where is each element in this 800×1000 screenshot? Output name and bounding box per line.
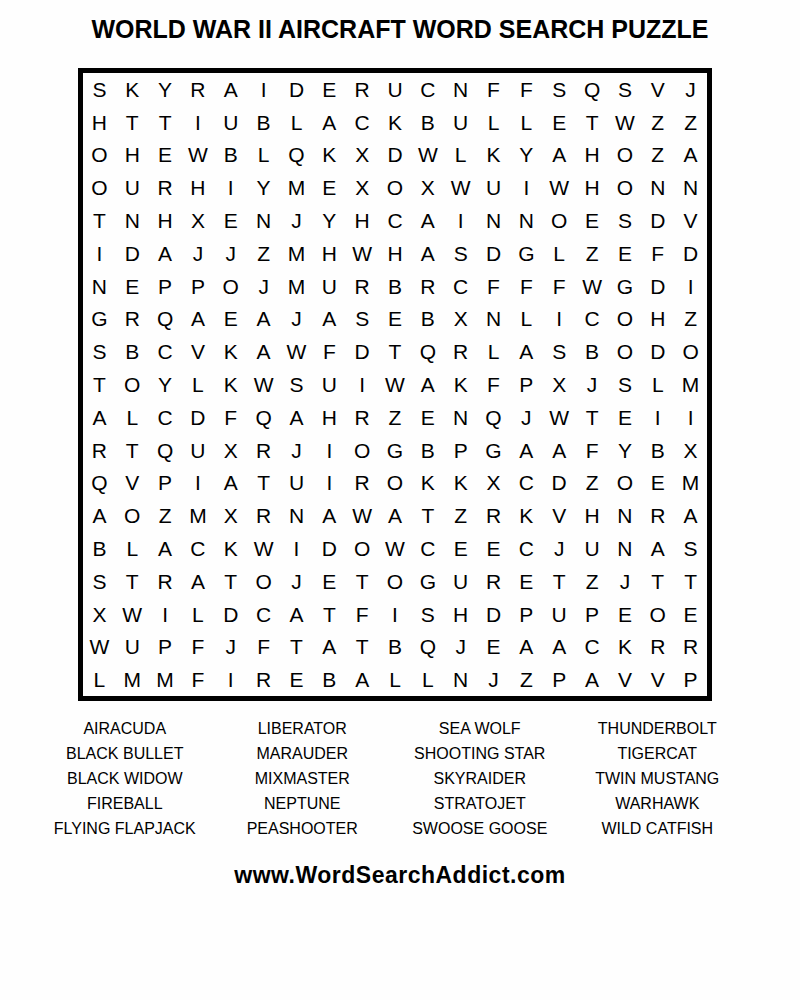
grid-cell[interactable]: M xyxy=(674,368,707,401)
grid-cell[interactable]: Z xyxy=(444,499,477,532)
grid-cell[interactable]: K xyxy=(510,499,543,532)
grid-cell[interactable]: I xyxy=(149,598,182,631)
grid-cell[interactable]: X xyxy=(214,434,247,467)
grid-cell[interactable]: N xyxy=(674,171,707,204)
grid-cell[interactable]: A xyxy=(83,401,116,434)
grid-cell[interactable]: G xyxy=(83,303,116,336)
grid-cell[interactable]: A xyxy=(543,434,576,467)
grid-cell[interactable]: P xyxy=(182,270,215,303)
grid-cell[interactable]: N xyxy=(116,204,149,237)
grid-cell[interactable]: D xyxy=(313,532,346,565)
grid-cell[interactable]: P xyxy=(543,663,576,696)
grid-cell[interactable]: X xyxy=(83,598,116,631)
grid-cell[interactable]: L xyxy=(83,663,116,696)
grid-cell[interactable]: O xyxy=(608,466,641,499)
grid-cell[interactable]: T xyxy=(83,204,116,237)
grid-cell[interactable]: V xyxy=(641,73,674,106)
grid-cell[interactable]: I xyxy=(674,401,707,434)
grid-cell[interactable]: W xyxy=(543,401,576,434)
grid-cell[interactable]: R xyxy=(149,565,182,598)
grid-cell[interactable]: D xyxy=(641,270,674,303)
grid-cell[interactable]: U xyxy=(379,73,412,106)
grid-cell[interactable]: Q xyxy=(576,73,609,106)
grid-cell[interactable]: G xyxy=(411,565,444,598)
grid-cell[interactable]: D xyxy=(116,237,149,270)
grid-cell[interactable]: Q xyxy=(149,434,182,467)
grid-cell[interactable]: I xyxy=(641,401,674,434)
grid-cell[interactable]: P xyxy=(149,630,182,663)
grid-cell[interactable]: B xyxy=(214,139,247,172)
grid-cell[interactable]: J xyxy=(444,630,477,663)
grid-cell[interactable]: S xyxy=(608,368,641,401)
grid-cell[interactable]: E xyxy=(608,237,641,270)
grid-cell[interactable]: L xyxy=(510,106,543,139)
grid-cell[interactable]: A xyxy=(313,106,346,139)
grid-cell[interactable]: W xyxy=(379,532,412,565)
grid-cell[interactable]: T xyxy=(214,565,247,598)
grid-cell[interactable]: S xyxy=(674,532,707,565)
grid-cell[interactable]: A xyxy=(214,73,247,106)
grid-cell[interactable]: J xyxy=(477,663,510,696)
grid-cell[interactable]: W xyxy=(411,139,444,172)
grid-cell[interactable]: Y xyxy=(313,204,346,237)
grid-cell[interactable]: J xyxy=(280,303,313,336)
grid-cell[interactable]: I xyxy=(214,663,247,696)
grid-cell[interactable]: W xyxy=(182,139,215,172)
grid-cell[interactable]: P xyxy=(149,466,182,499)
grid-cell[interactable]: T xyxy=(116,434,149,467)
grid-cell[interactable]: S xyxy=(608,73,641,106)
grid-cell[interactable]: X xyxy=(346,139,379,172)
grid-cell[interactable]: L xyxy=(182,598,215,631)
grid-cell[interactable]: J xyxy=(247,270,280,303)
grid-cell[interactable]: H xyxy=(149,204,182,237)
grid-cell[interactable]: C xyxy=(411,532,444,565)
grid-cell[interactable]: T xyxy=(346,565,379,598)
grid-cell[interactable]: I xyxy=(313,466,346,499)
grid-cell[interactable]: C xyxy=(149,335,182,368)
grid-cell[interactable]: E xyxy=(641,466,674,499)
grid-cell[interactable]: I xyxy=(543,303,576,336)
grid-cell[interactable]: R xyxy=(247,499,280,532)
grid-cell[interactable]: I xyxy=(247,73,280,106)
grid-cell[interactable]: L xyxy=(444,139,477,172)
grid-cell[interactable]: R xyxy=(674,630,707,663)
grid-cell[interactable]: R xyxy=(641,499,674,532)
grid-cell[interactable]: L xyxy=(116,532,149,565)
grid-cell[interactable]: I xyxy=(182,466,215,499)
grid-cell[interactable]: Z xyxy=(576,466,609,499)
grid-cell[interactable]: O xyxy=(83,139,116,172)
grid-cell[interactable]: A xyxy=(576,663,609,696)
grid-cell[interactable]: W xyxy=(280,335,313,368)
grid-cell[interactable]: G xyxy=(379,434,412,467)
grid-cell[interactable]: O xyxy=(608,335,641,368)
grid-cell[interactable]: N xyxy=(641,171,674,204)
grid-cell[interactable]: W xyxy=(543,171,576,204)
grid-cell[interactable]: S xyxy=(543,73,576,106)
grid-cell[interactable]: V xyxy=(116,466,149,499)
grid-cell[interactable]: F xyxy=(313,335,346,368)
grid-cell[interactable]: L xyxy=(116,401,149,434)
grid-cell[interactable]: C xyxy=(576,630,609,663)
grid-cell[interactable]: R xyxy=(346,270,379,303)
grid-cell[interactable]: I xyxy=(214,171,247,204)
grid-cell[interactable]: E xyxy=(411,401,444,434)
grid-cell[interactable]: H xyxy=(641,303,674,336)
grid-cell[interactable]: Y xyxy=(247,171,280,204)
grid-cell[interactable]: R xyxy=(247,663,280,696)
grid-cell[interactable]: U xyxy=(214,106,247,139)
grid-cell[interactable]: Z xyxy=(247,237,280,270)
grid-cell[interactable]: T xyxy=(379,335,412,368)
grid-cell[interactable]: A xyxy=(411,237,444,270)
grid-cell[interactable]: C xyxy=(510,532,543,565)
grid-cell[interactable]: O xyxy=(543,204,576,237)
grid-cell[interactable]: T xyxy=(543,565,576,598)
grid-cell[interactable]: E xyxy=(313,171,346,204)
grid-cell[interactable]: M xyxy=(116,663,149,696)
grid-cell[interactable]: J xyxy=(576,368,609,401)
grid-cell[interactable]: H xyxy=(379,237,412,270)
grid-cell[interactable]: N xyxy=(444,73,477,106)
grid-cell[interactable]: B xyxy=(411,434,444,467)
grid-cell[interactable]: Q xyxy=(411,630,444,663)
grid-cell[interactable]: A xyxy=(313,303,346,336)
grid-cell[interactable]: K xyxy=(214,335,247,368)
grid-cell[interactable]: B xyxy=(379,270,412,303)
grid-cell[interactable]: F xyxy=(346,598,379,631)
grid-cell[interactable]: H xyxy=(576,499,609,532)
grid-cell[interactable]: T xyxy=(280,630,313,663)
grid-cell[interactable]: A xyxy=(313,499,346,532)
grid-cell[interactable]: E xyxy=(214,204,247,237)
grid-cell[interactable]: U xyxy=(116,630,149,663)
grid-cell[interactable]: N xyxy=(83,270,116,303)
grid-cell[interactable]: Z xyxy=(641,139,674,172)
grid-cell[interactable]: J xyxy=(214,237,247,270)
grid-cell[interactable]: S xyxy=(608,204,641,237)
grid-cell[interactable]: F xyxy=(641,237,674,270)
grid-cell[interactable]: S xyxy=(411,598,444,631)
grid-cell[interactable]: S xyxy=(543,335,576,368)
grid-cell[interactable]: P xyxy=(674,663,707,696)
grid-cell[interactable]: W xyxy=(83,630,116,663)
grid-cell[interactable]: B xyxy=(379,630,412,663)
grid-cell[interactable]: X xyxy=(346,171,379,204)
grid-cell[interactable]: H xyxy=(182,171,215,204)
grid-cell[interactable]: L xyxy=(641,368,674,401)
grid-cell[interactable]: T xyxy=(116,106,149,139)
grid-cell[interactable]: F xyxy=(510,270,543,303)
grid-cell[interactable]: N xyxy=(444,401,477,434)
grid-cell[interactable]: C xyxy=(510,466,543,499)
grid-cell[interactable]: A xyxy=(510,630,543,663)
grid-cell[interactable]: I xyxy=(346,368,379,401)
grid-cell[interactable]: R xyxy=(346,401,379,434)
grid-cell[interactable]: O xyxy=(214,270,247,303)
grid-cell[interactable]: E xyxy=(674,598,707,631)
grid-cell[interactable]: V xyxy=(182,335,215,368)
grid-cell[interactable]: Q xyxy=(83,466,116,499)
grid-cell[interactable]: O xyxy=(608,139,641,172)
grid-cell[interactable]: E xyxy=(543,106,576,139)
grid-cell[interactable]: W xyxy=(346,499,379,532)
grid-cell[interactable]: B xyxy=(313,663,346,696)
grid-cell[interactable]: U xyxy=(116,171,149,204)
grid-cell[interactable]: Z xyxy=(576,237,609,270)
grid-cell[interactable]: J xyxy=(543,532,576,565)
grid-cell[interactable]: S xyxy=(280,368,313,401)
grid-cell[interactable]: Y xyxy=(510,139,543,172)
grid-cell[interactable]: I xyxy=(379,598,412,631)
grid-cell[interactable]: P xyxy=(576,598,609,631)
grid-cell[interactable]: B xyxy=(247,106,280,139)
grid-cell[interactable]: W xyxy=(379,368,412,401)
grid-cell[interactable]: I xyxy=(674,270,707,303)
grid-cell[interactable]: K xyxy=(411,466,444,499)
grid-cell[interactable]: E xyxy=(313,73,346,106)
grid-cell[interactable]: J xyxy=(674,73,707,106)
grid-cell[interactable]: B xyxy=(576,335,609,368)
grid-cell[interactable]: T xyxy=(346,630,379,663)
grid-cell[interactable]: K xyxy=(444,466,477,499)
grid-cell[interactable]: L xyxy=(247,139,280,172)
grid-cell[interactable]: A xyxy=(543,630,576,663)
grid-cell[interactable]: L xyxy=(477,106,510,139)
grid-cell[interactable]: Q xyxy=(280,139,313,172)
grid-cell[interactable]: W xyxy=(346,237,379,270)
grid-cell[interactable]: H xyxy=(346,204,379,237)
grid-cell[interactable]: U xyxy=(280,466,313,499)
grid-cell[interactable]: X xyxy=(477,466,510,499)
grid-cell[interactable]: S xyxy=(83,335,116,368)
grid-cell[interactable]: B xyxy=(641,434,674,467)
grid-cell[interactable]: R xyxy=(116,303,149,336)
grid-cell[interactable]: T xyxy=(116,565,149,598)
grid-cell[interactable]: A xyxy=(641,532,674,565)
grid-cell[interactable]: A xyxy=(149,237,182,270)
grid-cell[interactable]: Y xyxy=(149,368,182,401)
grid-cell[interactable]: X xyxy=(214,499,247,532)
grid-cell[interactable]: F xyxy=(477,368,510,401)
grid-cell[interactable]: E xyxy=(116,270,149,303)
grid-cell[interactable]: A xyxy=(280,598,313,631)
grid-cell[interactable]: J xyxy=(280,204,313,237)
grid-cell[interactable]: A xyxy=(543,139,576,172)
grid-cell[interactable]: C xyxy=(379,204,412,237)
grid-cell[interactable]: Q xyxy=(411,335,444,368)
grid-cell[interactable]: T xyxy=(576,106,609,139)
grid-cell[interactable]: M xyxy=(149,663,182,696)
grid-cell[interactable]: O xyxy=(379,466,412,499)
grid-cell[interactable]: H xyxy=(83,106,116,139)
grid-cell[interactable]: K xyxy=(116,73,149,106)
grid-cell[interactable]: U xyxy=(313,270,346,303)
grid-cell[interactable]: E xyxy=(280,663,313,696)
grid-cell[interactable]: E xyxy=(608,401,641,434)
grid-cell[interactable]: G xyxy=(510,237,543,270)
grid-cell[interactable]: D xyxy=(346,335,379,368)
grid-cell[interactable]: A xyxy=(280,401,313,434)
grid-cell[interactable]: W xyxy=(576,270,609,303)
grid-cell[interactable]: Z xyxy=(149,499,182,532)
grid-cell[interactable]: A xyxy=(411,204,444,237)
grid-cell[interactable]: O xyxy=(247,565,280,598)
grid-cell[interactable]: W xyxy=(608,106,641,139)
grid-cell[interactable]: R xyxy=(149,171,182,204)
grid-cell[interactable]: A xyxy=(313,630,346,663)
grid-cell[interactable]: P xyxy=(444,434,477,467)
grid-cell[interactable]: R xyxy=(641,630,674,663)
grid-cell[interactable]: I xyxy=(83,237,116,270)
grid-cell[interactable]: W xyxy=(247,532,280,565)
grid-cell[interactable]: G xyxy=(608,270,641,303)
grid-cell[interactable]: W xyxy=(444,171,477,204)
grid-cell[interactable]: F xyxy=(214,401,247,434)
grid-cell[interactable]: T xyxy=(247,466,280,499)
grid-cell[interactable]: H xyxy=(116,139,149,172)
grid-cell[interactable]: P xyxy=(510,368,543,401)
grid-cell[interactable]: A xyxy=(247,335,280,368)
grid-cell[interactable]: O xyxy=(379,171,412,204)
grid-cell[interactable]: R xyxy=(346,466,379,499)
grid-cell[interactable]: C xyxy=(182,532,215,565)
grid-cell[interactable]: Z xyxy=(510,663,543,696)
grid-cell[interactable]: S xyxy=(83,73,116,106)
grid-cell[interactable]: D xyxy=(477,598,510,631)
grid-cell[interactable]: A xyxy=(510,335,543,368)
grid-cell[interactable]: W xyxy=(247,368,280,401)
grid-cell[interactable]: K xyxy=(313,139,346,172)
grid-cell[interactable]: K xyxy=(444,368,477,401)
grid-cell[interactable]: B xyxy=(116,335,149,368)
grid-cell[interactable]: R xyxy=(83,434,116,467)
grid-cell[interactable]: E xyxy=(149,139,182,172)
grid-cell[interactable]: C xyxy=(444,270,477,303)
grid-cell[interactable]: K xyxy=(477,139,510,172)
grid-cell[interactable]: E xyxy=(214,303,247,336)
grid-cell[interactable]: N xyxy=(510,204,543,237)
grid-cell[interactable]: Z xyxy=(641,106,674,139)
grid-cell[interactable]: E xyxy=(444,532,477,565)
grid-cell[interactable]: E xyxy=(576,204,609,237)
grid-cell[interactable]: F xyxy=(247,630,280,663)
grid-cell[interactable]: N xyxy=(280,499,313,532)
grid-cell[interactable]: R xyxy=(411,270,444,303)
grid-cell[interactable]: M xyxy=(280,171,313,204)
grid-cell[interactable]: D xyxy=(543,466,576,499)
grid-cell[interactable]: O xyxy=(116,499,149,532)
grid-cell[interactable]: L xyxy=(510,303,543,336)
grid-cell[interactable]: A xyxy=(149,532,182,565)
grid-cell[interactable]: F xyxy=(182,630,215,663)
grid-cell[interactable]: Q xyxy=(477,401,510,434)
grid-cell[interactable]: I xyxy=(444,204,477,237)
grid-cell[interactable]: A xyxy=(674,139,707,172)
grid-cell[interactable]: D xyxy=(641,204,674,237)
grid-cell[interactable]: Z xyxy=(379,401,412,434)
grid-cell[interactable]: A xyxy=(182,303,215,336)
grid-cell[interactable]: S xyxy=(346,303,379,336)
grid-cell[interactable]: J xyxy=(280,565,313,598)
grid-cell[interactable]: Q xyxy=(149,303,182,336)
grid-cell[interactable]: K xyxy=(214,532,247,565)
grid-cell[interactable]: E xyxy=(510,565,543,598)
grid-cell[interactable]: O xyxy=(608,171,641,204)
grid-cell[interactable]: D xyxy=(477,237,510,270)
grid-cell[interactable]: B xyxy=(83,532,116,565)
grid-cell[interactable]: T xyxy=(83,368,116,401)
grid-cell[interactable]: N xyxy=(477,204,510,237)
grid-cell[interactable]: T xyxy=(411,499,444,532)
grid-cell[interactable]: R xyxy=(247,434,280,467)
grid-cell[interactable]: J xyxy=(214,630,247,663)
grid-cell[interactable]: F xyxy=(576,434,609,467)
grid-cell[interactable]: M xyxy=(674,466,707,499)
grid-cell[interactable]: T xyxy=(641,565,674,598)
grid-cell[interactable]: L xyxy=(411,663,444,696)
grid-cell[interactable]: E xyxy=(477,532,510,565)
grid-cell[interactable]: E xyxy=(608,598,641,631)
grid-cell[interactable]: T xyxy=(313,598,346,631)
grid-cell[interactable]: X xyxy=(444,303,477,336)
grid-cell[interactable]: U xyxy=(444,106,477,139)
grid-cell[interactable]: K xyxy=(214,368,247,401)
grid-cell[interactable]: M xyxy=(280,270,313,303)
grid-cell[interactable]: A xyxy=(214,466,247,499)
grid-cell[interactable]: T xyxy=(576,401,609,434)
grid-cell[interactable]: R xyxy=(444,335,477,368)
grid-cell[interactable]: V xyxy=(543,499,576,532)
grid-cell[interactable]: N xyxy=(247,204,280,237)
grid-cell[interactable]: O xyxy=(83,171,116,204)
grid-cell[interactable]: L xyxy=(182,368,215,401)
grid-cell[interactable]: O xyxy=(674,335,707,368)
grid-cell[interactable]: A xyxy=(346,663,379,696)
grid-cell[interactable]: N xyxy=(608,532,641,565)
grid-cell[interactable]: A xyxy=(83,499,116,532)
grid-cell[interactable]: D xyxy=(641,335,674,368)
grid-cell[interactable]: A xyxy=(674,499,707,532)
grid-cell[interactable]: J xyxy=(510,401,543,434)
grid-cell[interactable]: F xyxy=(510,73,543,106)
grid-cell[interactable]: O xyxy=(641,598,674,631)
grid-cell[interactable]: U xyxy=(313,368,346,401)
grid-cell[interactable]: R xyxy=(477,565,510,598)
grid-cell[interactable]: D xyxy=(214,598,247,631)
grid-cell[interactable]: N xyxy=(444,663,477,696)
grid-cell[interactable]: O xyxy=(346,532,379,565)
grid-cell[interactable]: C xyxy=(411,73,444,106)
grid-cell[interactable]: L xyxy=(477,335,510,368)
grid-cell[interactable]: R xyxy=(477,499,510,532)
grid-cell[interactable]: X xyxy=(543,368,576,401)
grid-cell[interactable]: J xyxy=(608,565,641,598)
grid-cell[interactable]: L xyxy=(543,237,576,270)
grid-cell[interactable]: Z xyxy=(576,565,609,598)
grid-cell[interactable]: X xyxy=(411,171,444,204)
grid-cell[interactable]: Z xyxy=(674,303,707,336)
grid-cell[interactable]: L xyxy=(379,663,412,696)
grid-cell[interactable]: X xyxy=(182,204,215,237)
grid-cell[interactable]: D xyxy=(182,401,215,434)
grid-cell[interactable]: H xyxy=(313,401,346,434)
grid-cell[interactable]: J xyxy=(182,237,215,270)
grid-cell[interactable]: E xyxy=(477,630,510,663)
grid-cell[interactable]: A xyxy=(411,368,444,401)
grid-cell[interactable]: B xyxy=(411,303,444,336)
